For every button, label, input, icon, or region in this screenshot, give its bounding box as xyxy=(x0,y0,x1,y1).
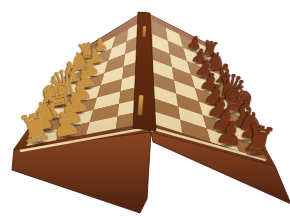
left-panel-sheen xyxy=(14,12,151,149)
chess-set-photo: ♜♟♞♟♝♟♛♟♚♟♝♟♞♟♜♟♜♟♞♟♝♟♛♟♚♟♝♟♞♟♜♟ xyxy=(0,0,290,218)
brass-hinge-1 xyxy=(142,26,146,37)
folding-chessboard xyxy=(0,0,290,218)
